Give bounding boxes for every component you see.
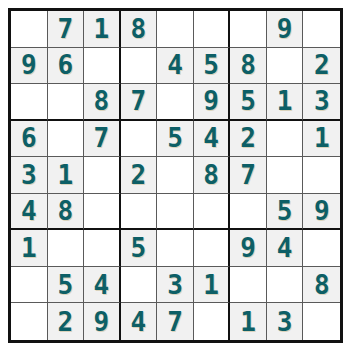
cell-r3c7: 5 <box>230 84 267 121</box>
cell-r2c9: 2 <box>303 48 340 85</box>
cell-r6c3[interactable] <box>84 194 121 231</box>
cell-r8c5: 3 <box>157 267 194 304</box>
cell-r5c9[interactable] <box>303 157 340 194</box>
cell-r8c9: 8 <box>303 267 340 304</box>
cell-r4c2[interactable] <box>48 121 85 158</box>
cell-r2c6: 5 <box>194 48 231 85</box>
cell-r8c3: 4 <box>84 267 121 304</box>
cell-r6c9: 9 <box>303 194 340 231</box>
cell-r5c1: 3 <box>11 157 48 194</box>
cell-r8c2: 5 <box>48 267 85 304</box>
cell-r7c8: 4 <box>267 230 304 267</box>
cell-r3c3: 8 <box>84 84 121 121</box>
cell-r2c7: 8 <box>230 48 267 85</box>
cell-r8c1[interactable] <box>11 267 48 304</box>
cell-r8c7[interactable] <box>230 267 267 304</box>
cell-r9c4: 4 <box>121 303 158 340</box>
cell-r3c4: 7 <box>121 84 158 121</box>
cell-r7c5[interactable] <box>157 230 194 267</box>
cell-r1c9[interactable] <box>303 11 340 48</box>
cell-r3c8: 1 <box>267 84 304 121</box>
cell-r9c6[interactable] <box>194 303 231 340</box>
cell-r7c2[interactable] <box>48 230 85 267</box>
cell-r9c9[interactable] <box>303 303 340 340</box>
cell-r6c1: 4 <box>11 194 48 231</box>
cell-r1c4: 8 <box>121 11 158 48</box>
cell-r3c1[interactable] <box>11 84 48 121</box>
cell-r9c5: 7 <box>157 303 194 340</box>
cell-r2c2: 6 <box>48 48 85 85</box>
cell-r4c6: 4 <box>194 121 231 158</box>
cell-r9c3: 9 <box>84 303 121 340</box>
cell-r5c7: 7 <box>230 157 267 194</box>
cell-r2c3[interactable] <box>84 48 121 85</box>
cell-r1c6[interactable] <box>194 11 231 48</box>
cell-r7c9[interactable] <box>303 230 340 267</box>
cell-r9c2: 2 <box>48 303 85 340</box>
cell-r2c5: 4 <box>157 48 194 85</box>
cell-r4c4[interactable] <box>121 121 158 158</box>
cell-r6c8: 5 <box>267 194 304 231</box>
cell-r5c8[interactable] <box>267 157 304 194</box>
cell-r8c8[interactable] <box>267 267 304 304</box>
sudoku-board: 7189964582879513675421312874859159454318… <box>8 8 343 343</box>
cell-r4c3: 7 <box>84 121 121 158</box>
cell-r5c3[interactable] <box>84 157 121 194</box>
cell-r6c4[interactable] <box>121 194 158 231</box>
cell-r1c7[interactable] <box>230 11 267 48</box>
cell-r6c5[interactable] <box>157 194 194 231</box>
cell-r5c5[interactable] <box>157 157 194 194</box>
cell-r5c6: 8 <box>194 157 231 194</box>
cell-r2c8[interactable] <box>267 48 304 85</box>
cell-r3c2[interactable] <box>48 84 85 121</box>
cell-r1c3: 1 <box>84 11 121 48</box>
cell-r7c1: 1 <box>11 230 48 267</box>
cell-r5c2: 1 <box>48 157 85 194</box>
cell-r1c2: 7 <box>48 11 85 48</box>
cell-r2c4[interactable] <box>121 48 158 85</box>
cell-r4c7: 2 <box>230 121 267 158</box>
cell-r4c8[interactable] <box>267 121 304 158</box>
cell-r5c4: 2 <box>121 157 158 194</box>
cell-r3c5[interactable] <box>157 84 194 121</box>
cell-r4c1: 6 <box>11 121 48 158</box>
cell-r9c8: 3 <box>267 303 304 340</box>
cell-r8c6: 1 <box>194 267 231 304</box>
cell-r4c9: 1 <box>303 121 340 158</box>
cell-r7c7: 9 <box>230 230 267 267</box>
cell-r7c3[interactable] <box>84 230 121 267</box>
cell-r6c2: 8 <box>48 194 85 231</box>
cell-r3c6: 9 <box>194 84 231 121</box>
cell-r6c7[interactable] <box>230 194 267 231</box>
cell-r1c5[interactable] <box>157 11 194 48</box>
cell-r4c5: 5 <box>157 121 194 158</box>
cell-r2c1: 9 <box>11 48 48 85</box>
cell-r9c1[interactable] <box>11 303 48 340</box>
cell-r1c1[interactable] <box>11 11 48 48</box>
cell-r6c6[interactable] <box>194 194 231 231</box>
cell-r7c6[interactable] <box>194 230 231 267</box>
cell-r7c4: 5 <box>121 230 158 267</box>
cell-r1c8: 9 <box>267 11 304 48</box>
page: 7189964582879513675421312874859159454318… <box>0 0 350 350</box>
cell-r9c7: 1 <box>230 303 267 340</box>
cell-r3c9: 3 <box>303 84 340 121</box>
cell-r8c4[interactable] <box>121 267 158 304</box>
